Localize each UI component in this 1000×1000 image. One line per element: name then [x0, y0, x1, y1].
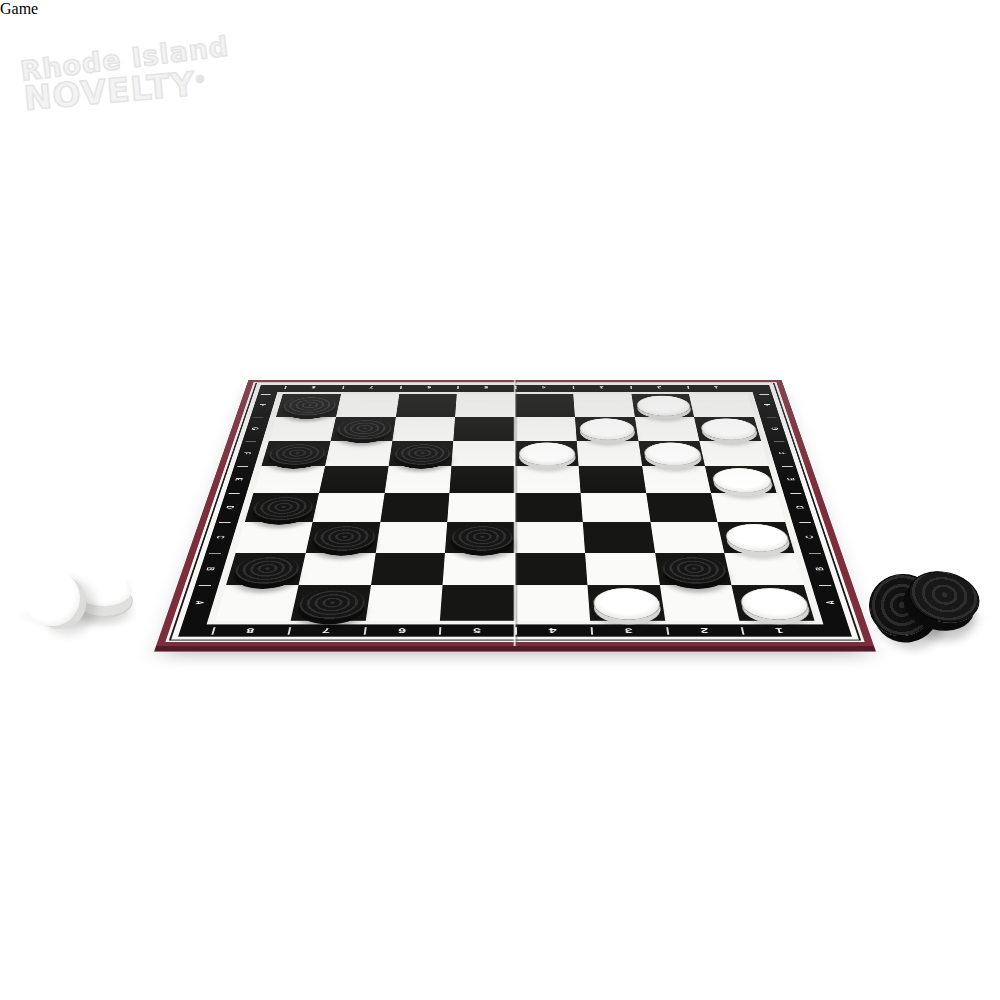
square-2F[interactable] — [638, 441, 705, 466]
square-5H[interactable] — [455, 394, 515, 417]
black-checker[interactable] — [450, 524, 513, 552]
square-4A[interactable] — [515, 585, 590, 620]
front-coordinates: 87654321 — [211, 627, 818, 634]
square-5C[interactable] — [445, 522, 515, 553]
coordinate-label: H — [738, 403, 798, 407]
white-checker[interactable] — [519, 442, 576, 465]
square-8D[interactable] — [245, 493, 319, 522]
square-4D[interactable] — [515, 493, 583, 522]
square-6G[interactable] — [392, 417, 455, 441]
square-8H[interactable] — [276, 394, 341, 417]
square-2D[interactable] — [646, 493, 718, 522]
square-3F[interactable] — [577, 441, 642, 466]
back-coordinates: 87654321 — [284, 386, 745, 389]
square-6E[interactable] — [384, 466, 451, 493]
coordinate-label: F — [751, 451, 815, 455]
checkers-board: 87654321 87654321 HGFEDCBA HGFEDCBA — [156, 380, 874, 646]
coordinate-label: 7 — [287, 627, 364, 634]
coordinate-label: 5 — [439, 627, 515, 634]
square-6F[interactable] — [388, 441, 453, 466]
black-checker[interactable] — [335, 418, 393, 440]
coordinate-label: 8 — [211, 627, 289, 634]
square-7A[interactable] — [290, 585, 370, 620]
board-fold-seam — [513, 380, 518, 646]
loose-white-checker-standing[interactable] — [76, 574, 132, 606]
square-2E[interactable] — [642, 466, 711, 493]
white-checker[interactable] — [710, 468, 774, 492]
square-6B[interactable] — [371, 553, 446, 586]
square-3D[interactable] — [580, 493, 650, 522]
square-6A[interactable] — [365, 585, 442, 620]
coordinate-label: 8 — [284, 386, 342, 389]
square-8B[interactable] — [226, 553, 306, 586]
square-4F[interactable] — [515, 441, 578, 466]
square-4B[interactable] — [515, 553, 587, 586]
square-2A[interactable] — [659, 585, 739, 620]
square-7E[interactable] — [319, 466, 388, 493]
registered-mark: ® — [194, 73, 206, 85]
square-5A[interactable] — [440, 585, 515, 620]
square-7H[interactable] — [336, 394, 399, 417]
square-1G[interactable] — [694, 417, 761, 441]
square-7D[interactable] — [312, 493, 384, 522]
coordinate-label: 5 — [457, 386, 515, 389]
square-6H[interactable] — [396, 394, 457, 417]
square-5E[interactable] — [450, 466, 515, 493]
coordinate-label: E — [206, 477, 272, 482]
square-5B[interactable] — [443, 553, 515, 586]
square-3A[interactable] — [587, 585, 664, 620]
square-8F[interactable] — [261, 441, 330, 466]
coordinate-label: G — [224, 427, 286, 431]
coordinate-label: B — [784, 566, 857, 572]
coordinate-label: 3 — [590, 627, 666, 634]
coordinate-label: 3 — [572, 386, 630, 389]
square-3G[interactable] — [575, 417, 638, 441]
coordinate-label: D — [766, 505, 834, 510]
square-3H[interactable] — [573, 394, 634, 417]
square-2C[interactable] — [650, 522, 724, 553]
white-checker[interactable] — [635, 396, 692, 416]
coordinate-label: 2 — [666, 627, 743, 634]
square-2H[interactable] — [631, 394, 694, 417]
square-3E[interactable] — [578, 466, 645, 493]
square-3C[interactable] — [583, 522, 655, 553]
square-1E[interactable] — [705, 466, 776, 493]
square-4C[interactable] — [515, 522, 585, 553]
product-photo-scene: Rhode Island NOVELTY® 87654321 87654321 … — [0, 18, 1000, 1000]
coordinate-label: 6 — [400, 386, 458, 389]
square-5G[interactable] — [453, 417, 515, 441]
coordinate-label: 2 — [630, 386, 688, 389]
coordinate-label: 4 — [515, 627, 591, 634]
white-checker[interactable] — [699, 418, 759, 440]
square-4G[interactable] — [515, 417, 577, 441]
square-3B[interactable] — [585, 553, 660, 586]
white-checker[interactable] — [643, 442, 703, 465]
coordinate-label: 1 — [741, 627, 819, 634]
square-7B[interactable] — [298, 553, 375, 586]
coordinate-label: C — [185, 534, 255, 539]
coordinate-label: 6 — [363, 627, 439, 634]
square-5D[interactable] — [447, 493, 515, 522]
white-checker[interactable] — [592, 588, 662, 620]
black-checker[interactable] — [266, 442, 328, 465]
square-7C[interactable] — [306, 522, 380, 553]
black-checker[interactable] — [231, 555, 303, 585]
black-checker[interactable] — [393, 442, 452, 465]
square-4H[interactable] — [515, 394, 575, 417]
square-2B[interactable] — [655, 553, 732, 586]
square-4E[interactable] — [515, 466, 580, 493]
coordinate-label: A — [161, 600, 236, 606]
white-checker[interactable] — [737, 588, 811, 620]
watermark-logo: Rhode Island NOVELTY® — [19, 33, 234, 117]
board-cover-edge: 87654321 87654321 HGFEDCBA HGFEDCBA — [156, 380, 874, 646]
square-7G[interactable] — [330, 417, 395, 441]
coordinate-label: 7 — [342, 386, 400, 389]
black-checker[interactable] — [250, 495, 316, 521]
square-1C[interactable] — [718, 522, 795, 553]
black-checker[interactable] — [311, 524, 378, 552]
square-7F[interactable] — [325, 441, 392, 466]
black-checker[interactable] — [280, 396, 338, 416]
square-5F[interactable] — [452, 441, 515, 466]
square-1A[interactable] — [732, 585, 815, 620]
white-checker[interactable] — [579, 418, 636, 440]
square-6D[interactable] — [380, 493, 450, 522]
black-checker[interactable] — [660, 555, 729, 585]
coordinate-label: 1 — [687, 386, 745, 389]
black-checker[interactable] — [296, 588, 368, 620]
square-6C[interactable] — [375, 522, 447, 553]
white-checker[interactable] — [723, 524, 792, 552]
square-2G[interactable] — [634, 417, 699, 441]
coordinate-label: 4 — [515, 386, 573, 389]
